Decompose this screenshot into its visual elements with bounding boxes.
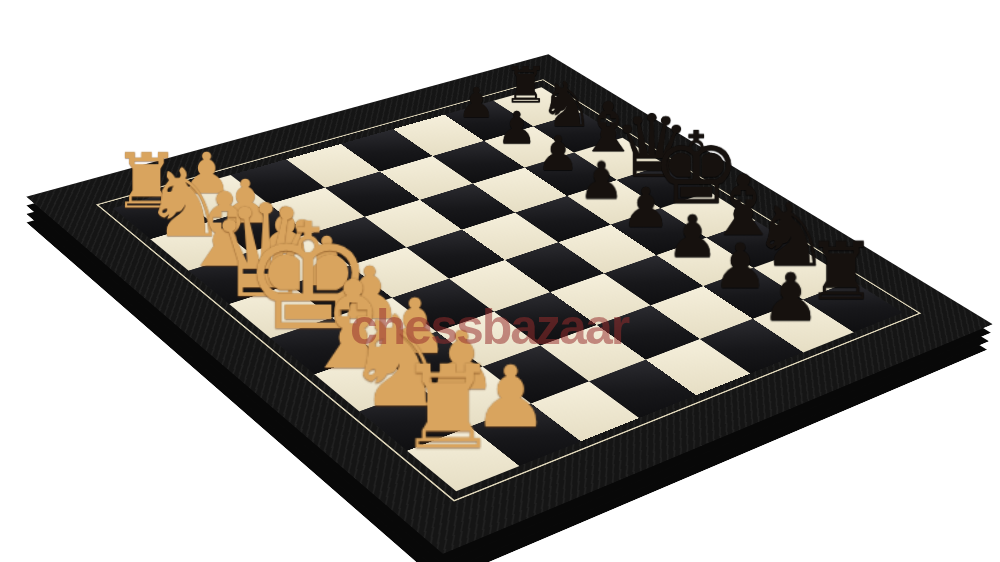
black-pawn-f7: ♟	[667, 207, 719, 265]
white-rook-h1: ♜	[397, 350, 500, 465]
black-pawn-c7: ♟	[537, 130, 580, 178]
black-pawn-a7: ♟	[458, 82, 495, 124]
board-perspective-wrapper: ♜♞♝♛♚♝♞♜♟♟♟♟♟♟♟♟♟♟♟♟♟♟♟♟♜♞♝♛♚♝♞♜	[126, 0, 884, 562]
chess-board: ♜♞♝♛♚♝♞♜♟♟♟♟♟♟♟♟♟♟♟♟♟♟♟♟♜♞♝♛♚♝♞♜	[26, 54, 993, 554]
chess-set-product-photo: ♜♞♝♛♚♝♞♜♟♟♟♟♟♟♟♟♟♟♟♟♟♟♟♟♜♞♝♛♚♝♞♜ chessba…	[0, 0, 1000, 562]
black-pawn-b7: ♟	[497, 105, 537, 150]
black-pawn-d7: ♟	[579, 155, 625, 206]
black-pawn-h7: ♟	[761, 264, 820, 330]
black-pawn-e7: ♟	[622, 180, 671, 235]
